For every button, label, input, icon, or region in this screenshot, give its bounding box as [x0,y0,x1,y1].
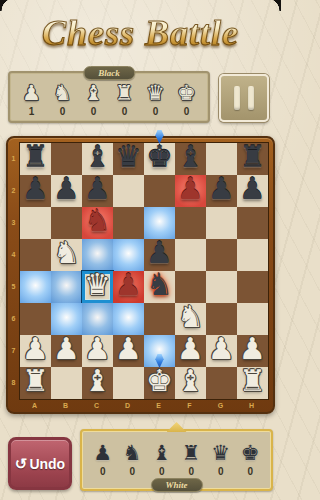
square-D5[interactable]: ♟ [113,271,144,303]
square-H8[interactable]: ♜ [237,367,268,399]
file-labels: ABCDEFGH [19,398,267,412]
bishop-icon: ♝ [84,82,103,105]
bishop-count: 0 [91,107,97,117]
square-G4[interactable] [206,239,237,271]
undo-label: Undo [29,456,65,472]
square-H7[interactable]: ♟ [237,335,268,367]
square-G6[interactable] [206,303,237,335]
bishop-count: 0 [159,467,165,477]
square-G7[interactable]: ♟ [206,335,237,367]
board-grid: ♜♝♛♚♝♜♟♟♟♟♟♟♞♞♟♛♟♞♞♟♟♟♟♟♟♟♜♝♚♝♜ [19,142,269,400]
white-pawn: ♟ [51,333,82,365]
pause-icon [234,86,240,110]
square-D3[interactable] [113,207,144,239]
white-pawn: ♟ [206,333,237,365]
square-H4[interactable] [237,239,268,271]
square-B4[interactable]: ♞ [51,239,82,271]
file-label-G: G [205,398,236,412]
queen-count: 0 [153,107,159,117]
white-rook: ♜ [20,365,51,397]
white-captured-king: ♚ 0 [241,442,260,477]
screen-corner-left [0,0,14,11]
black-pawn: ♟ [237,173,268,205]
square-F5[interactable] [175,271,206,303]
square-D4[interactable] [113,239,144,271]
black-captured-knight: ♞ 0 [53,82,72,117]
white-knight: ♞ [175,301,206,333]
square-A2[interactable]: ♟ [20,175,51,207]
square-F7[interactable]: ♟ [175,335,206,367]
black-pawn: ♟ [20,173,51,205]
square-H5[interactable] [237,271,268,303]
white-captured-queen: ♛ 0 [211,442,230,477]
rank-label-1: 1 [9,142,18,174]
file-label-E: E [143,398,174,412]
black-pawn: ♟ [51,173,82,205]
square-G5[interactable] [206,271,237,303]
undo-icon: ↺ [15,456,28,471]
square-E6[interactable] [144,303,175,335]
black-king: ♚ [144,141,175,173]
black-captured-rook: ♜ 0 [115,82,134,117]
square-H1[interactable]: ♜ [237,143,268,175]
white-captured-pawn: ♟ 0 [93,442,112,477]
square-H2[interactable]: ♟ [237,175,268,207]
black-pawn: ♟ [113,269,144,301]
black-pawn: ♟ [82,173,113,205]
white-captured-bishop: ♝ 0 [152,442,171,477]
square-E4[interactable]: ♟ [144,239,175,271]
white-captured-knight: ♞ 0 [123,442,142,477]
square-B5[interactable] [51,271,82,303]
square-C4[interactable] [82,239,113,271]
queen-count: 0 [218,467,224,477]
square-C7[interactable]: ♟ [82,335,113,367]
king-icon: ♚ [177,82,196,105]
square-A4[interactable] [20,239,51,271]
white-capture-tray: White ♟ 0 ♞ 0 ♝ 0 ♜ 0 ♛ 0 ♚ 0 [80,429,273,491]
pause-icon [248,86,254,110]
square-B1[interactable] [51,143,82,175]
rank-labels: 12345678 [9,142,18,398]
pawn-icon: ♟ [93,442,112,465]
square-D7[interactable]: ♟ [113,335,144,367]
black-tray-pieces: ♟ 1 ♞ 0 ♝ 0 ♜ 0 ♛ 0 ♚ 0 [10,73,208,121]
king-count: 0 [184,107,190,117]
rook-count: 0 [122,107,128,117]
black-rook: ♜ [237,141,268,173]
square-E3[interactable] [144,207,175,239]
white-bishop: ♝ [175,365,206,397]
square-A3[interactable] [20,207,51,239]
rank-label-8: 8 [9,366,18,398]
knight-count: 0 [129,467,135,477]
queen-icon: ♛ [146,82,165,105]
square-G2[interactable]: ♟ [206,175,237,207]
undo-button[interactable]: ↺ Undo [8,437,72,490]
black-knight: ♞ [144,269,175,301]
chess-board: 12345678 ♜♝♛♚♝♜♟♟♟♟♟♟♞♞♟♛♟♞♞♟♟♟♟♟♟♟♜♝♚♝♜… [6,136,275,414]
square-G8[interactable] [206,367,237,399]
black-knight: ♞ [82,205,113,237]
white-bishop: ♝ [82,365,113,397]
square-C6[interactable] [82,303,113,335]
black-pawn: ♟ [175,173,206,205]
square-F2[interactable]: ♟ [175,175,206,207]
square-E2[interactable] [144,175,175,207]
pawn-count: 0 [100,467,106,477]
king-marker-icon [155,130,165,144]
app-title: Chess Battle [0,12,281,54]
knight-icon: ♞ [123,442,142,465]
pause-button[interactable] [219,74,269,122]
file-label-D: D [112,398,143,412]
square-D2[interactable] [113,175,144,207]
square-A7[interactable]: ♟ [20,335,51,367]
square-B6[interactable] [51,303,82,335]
black-rook: ♜ [20,141,51,173]
knight-count: 0 [60,107,66,117]
square-C8[interactable]: ♝ [82,367,113,399]
square-F6[interactable]: ♞ [175,303,206,335]
white-pawn: ♟ [175,333,206,365]
square-F4[interactable] [175,239,206,271]
square-D1[interactable]: ♛ [113,143,144,175]
file-label-A: A [19,398,50,412]
white-pawn: ♟ [82,333,113,365]
square-A6[interactable] [20,303,51,335]
black-pawn: ♟ [206,173,237,205]
black-bishop: ♝ [175,141,206,173]
square-E8[interactable]: ♚ [144,367,175,399]
square-G1[interactable] [206,143,237,175]
pawn-count: 1 [29,107,35,117]
black-captured-king: ♚ 0 [177,82,196,117]
white-pawn: ♟ [237,333,268,365]
square-G3[interactable] [206,207,237,239]
square-B3[interactable] [51,207,82,239]
white-queen: ♛ [82,269,113,301]
square-E5[interactable]: ♞ [144,271,175,303]
white-king: ♚ [144,365,175,397]
black-captured-queen: ♛ 0 [146,82,165,117]
queen-icon: ♛ [211,442,230,465]
square-E1[interactable]: ♚ [144,143,175,175]
square-F3[interactable] [175,207,206,239]
square-H3[interactable] [237,207,268,239]
black-captured-bishop: ♝ 0 [84,82,103,117]
white-pawn: ♟ [113,333,144,365]
white-pawn: ♟ [20,333,51,365]
rank-label-7: 7 [9,334,18,366]
black-queen: ♛ [113,141,144,173]
square-C5[interactable]: ♛ [82,271,113,303]
rook-icon: ♜ [182,442,201,465]
square-H6[interactable] [237,303,268,335]
rank-label-3: 3 [9,206,18,238]
square-F1[interactable]: ♝ [175,143,206,175]
white-tray-label: White [150,478,202,492]
file-label-B: B [50,398,81,412]
square-B7[interactable]: ♟ [51,335,82,367]
tray-ornament-icon [167,422,187,432]
rank-label-5: 5 [9,270,18,302]
black-bishop: ♝ [82,141,113,173]
file-label-C: C [81,398,112,412]
black-capture-tray: Black ♟ 1 ♞ 0 ♝ 0 ♜ 0 ♛ 0 ♚ 0 [8,71,210,123]
square-A1[interactable]: ♜ [20,143,51,175]
rank-label-4: 4 [9,238,18,270]
rook-count: 0 [188,467,194,477]
king-count: 0 [247,467,253,477]
square-A8[interactable]: ♜ [20,367,51,399]
square-D8[interactable] [113,367,144,399]
bishop-icon: ♝ [152,442,171,465]
black-pawn: ♟ [144,237,175,269]
file-label-F: F [174,398,205,412]
square-C1[interactable]: ♝ [82,143,113,175]
square-D6[interactable] [113,303,144,335]
king-icon: ♚ [241,442,260,465]
white-rook: ♜ [237,365,268,397]
square-B2[interactable]: ♟ [51,175,82,207]
white-knight: ♞ [51,237,82,269]
white-captured-rook: ♜ 0 [182,442,201,477]
black-captured-pawn: ♟ 1 [22,82,41,117]
file-label-H: H [236,398,267,412]
screen-corner-right [267,0,281,11]
black-tray-label: Black [83,66,135,80]
square-C3[interactable]: ♞ [82,207,113,239]
square-F8[interactable]: ♝ [175,367,206,399]
square-C2[interactable]: ♟ [82,175,113,207]
rank-label-2: 2 [9,174,18,206]
rook-icon: ♜ [115,82,134,105]
square-B8[interactable] [51,367,82,399]
rank-label-6: 6 [9,302,18,334]
pawn-icon: ♟ [22,82,41,105]
square-A5[interactable] [20,271,51,303]
knight-icon: ♞ [53,82,72,105]
